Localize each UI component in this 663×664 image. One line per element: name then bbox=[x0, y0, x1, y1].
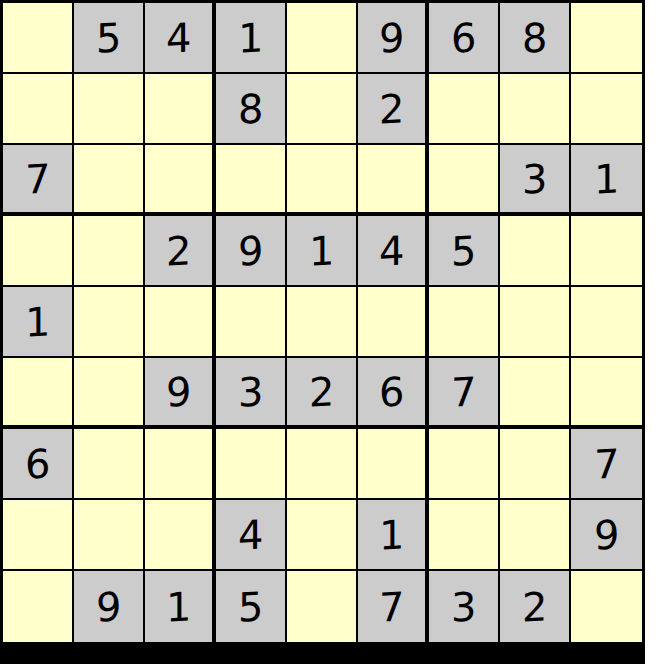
cell-r3c6[interactable] bbox=[358, 145, 429, 216]
cell-r2c4: 8 bbox=[216, 74, 287, 145]
cell-r3c5[interactable] bbox=[287, 145, 358, 216]
given-digit: 1 bbox=[594, 158, 619, 199]
cell-r7c2[interactable] bbox=[74, 429, 145, 500]
given-digit: 6 bbox=[451, 17, 476, 58]
cell-r6c5: 2 bbox=[287, 358, 358, 429]
cell-r6c8[interactable] bbox=[500, 358, 571, 429]
cell-r3c1: 7 bbox=[3, 145, 74, 216]
cell-r3c4[interactable] bbox=[216, 145, 287, 216]
cell-r5c7[interactable] bbox=[429, 287, 500, 358]
cell-r3c2[interactable] bbox=[74, 145, 145, 216]
cell-r2c6: 2 bbox=[358, 74, 429, 145]
cell-r9c2: 9 bbox=[74, 571, 145, 642]
given-digit: 2 bbox=[522, 586, 547, 627]
cell-r9c3: 1 bbox=[145, 571, 216, 642]
cell-r2c1[interactable] bbox=[3, 74, 74, 145]
cell-r8c3[interactable] bbox=[145, 500, 216, 571]
cell-r5c1: 1 bbox=[3, 287, 74, 358]
cell-r8c1[interactable] bbox=[3, 500, 74, 571]
given-digit: 1 bbox=[166, 586, 191, 627]
cell-r4c8[interactable] bbox=[500, 216, 571, 287]
cell-r2c7[interactable] bbox=[429, 74, 500, 145]
given-digit: 9 bbox=[594, 514, 619, 555]
cell-r9c6: 7 bbox=[358, 571, 429, 642]
cell-r1c2: 5 bbox=[74, 3, 145, 74]
cell-r7c5[interactable] bbox=[287, 429, 358, 500]
cell-r8c8[interactable] bbox=[500, 500, 571, 571]
cell-r5c4[interactable] bbox=[216, 287, 287, 358]
cell-r5c3[interactable] bbox=[145, 287, 216, 358]
cell-r6c1[interactable] bbox=[3, 358, 74, 429]
cell-r5c8[interactable] bbox=[500, 287, 571, 358]
cell-r7c1: 6 bbox=[3, 429, 74, 500]
cell-r1c5[interactable] bbox=[287, 3, 358, 74]
cell-r5c5[interactable] bbox=[287, 287, 358, 358]
given-digit: 9 bbox=[379, 17, 404, 58]
cell-r8c7[interactable] bbox=[429, 500, 500, 571]
given-digit: 3 bbox=[451, 586, 476, 627]
cell-r4c4: 9 bbox=[216, 216, 287, 287]
sudoku-board: 541968827312914519326767419915732 bbox=[0, 0, 645, 664]
cell-r6c7: 7 bbox=[429, 358, 500, 429]
cell-r7c6[interactable] bbox=[358, 429, 429, 500]
cell-r4c3: 2 bbox=[145, 216, 216, 287]
cell-r4c2[interactable] bbox=[74, 216, 145, 287]
cell-r6c4: 3 bbox=[216, 358, 287, 429]
given-digit: 1 bbox=[309, 230, 334, 271]
sudoku-puzzle: 541968827312914519326767419915732 bbox=[0, 0, 663, 664]
given-digit: 4 bbox=[166, 17, 191, 58]
given-digit: 3 bbox=[522, 158, 547, 199]
cell-r5c2[interactable] bbox=[74, 287, 145, 358]
cell-r5c6[interactable] bbox=[358, 287, 429, 358]
given-digit: 9 bbox=[238, 230, 263, 271]
given-digit: 4 bbox=[379, 230, 404, 271]
cell-r9c9[interactable] bbox=[571, 571, 642, 642]
cell-r8c6: 1 bbox=[358, 500, 429, 571]
given-digit: 6 bbox=[25, 443, 50, 484]
cell-r4c5: 1 bbox=[287, 216, 358, 287]
given-digit: 6 bbox=[379, 371, 404, 412]
given-digit: 8 bbox=[238, 88, 263, 129]
given-digit: 9 bbox=[166, 371, 191, 412]
cell-r4c6: 4 bbox=[358, 216, 429, 287]
cell-r4c1[interactable] bbox=[3, 216, 74, 287]
cell-r7c9: 7 bbox=[571, 429, 642, 500]
given-digit: 5 bbox=[451, 230, 476, 271]
cell-r5c9[interactable] bbox=[571, 287, 642, 358]
cell-r6c6: 6 bbox=[358, 358, 429, 429]
cell-r8c2[interactable] bbox=[74, 500, 145, 571]
cell-r1c9[interactable] bbox=[571, 3, 642, 74]
cell-r2c2[interactable] bbox=[74, 74, 145, 145]
cell-r9c7: 3 bbox=[429, 571, 500, 642]
cell-r4c9[interactable] bbox=[571, 216, 642, 287]
cell-r7c3[interactable] bbox=[145, 429, 216, 500]
cell-r3c3[interactable] bbox=[145, 145, 216, 216]
cell-r8c9: 9 bbox=[571, 500, 642, 571]
cell-r6c3: 9 bbox=[145, 358, 216, 429]
given-digit: 7 bbox=[379, 586, 404, 627]
cell-r2c9[interactable] bbox=[571, 74, 642, 145]
given-digit: 7 bbox=[25, 158, 50, 199]
cell-r2c5[interactable] bbox=[287, 74, 358, 145]
given-digit: 7 bbox=[451, 371, 476, 412]
cell-r1c8: 8 bbox=[500, 3, 571, 74]
cell-r6c9[interactable] bbox=[571, 358, 642, 429]
cell-r2c8[interactable] bbox=[500, 74, 571, 145]
cell-r9c5[interactable] bbox=[287, 571, 358, 642]
cell-r7c7[interactable] bbox=[429, 429, 500, 500]
given-digit: 3 bbox=[238, 371, 263, 412]
given-digit: 5 bbox=[238, 586, 263, 627]
cell-r9c8: 2 bbox=[500, 571, 571, 642]
given-digit: 1 bbox=[238, 17, 263, 58]
cell-r1c1[interactable] bbox=[3, 3, 74, 74]
given-digit: 1 bbox=[379, 514, 404, 555]
given-digit: 2 bbox=[379, 88, 404, 129]
cell-r1c6: 9 bbox=[358, 3, 429, 74]
given-digit: 2 bbox=[166, 230, 191, 271]
cell-r3c9: 1 bbox=[571, 145, 642, 216]
cell-r9c1[interactable] bbox=[3, 571, 74, 642]
given-digit: 1 bbox=[25, 301, 50, 342]
given-digit: 7 bbox=[594, 443, 619, 484]
given-digit: 9 bbox=[96, 586, 121, 627]
given-digit: 4 bbox=[238, 514, 263, 555]
given-digit: 2 bbox=[309, 371, 334, 412]
cell-r6c2[interactable] bbox=[74, 358, 145, 429]
cell-r3c7[interactable] bbox=[429, 145, 500, 216]
cell-r8c5[interactable] bbox=[287, 500, 358, 571]
cell-r1c3: 4 bbox=[145, 3, 216, 74]
cell-r1c7: 6 bbox=[429, 3, 500, 74]
cell-r4c7: 5 bbox=[429, 216, 500, 287]
cell-r1c4: 1 bbox=[216, 3, 287, 74]
given-digit: 5 bbox=[96, 17, 121, 58]
cell-r2c3[interactable] bbox=[145, 74, 216, 145]
cell-r7c4[interactable] bbox=[216, 429, 287, 500]
cell-r7c8[interactable] bbox=[500, 429, 571, 500]
cell-r9c4: 5 bbox=[216, 571, 287, 642]
cell-r8c4: 4 bbox=[216, 500, 287, 571]
cell-r3c8: 3 bbox=[500, 145, 571, 216]
given-digit: 8 bbox=[522, 17, 547, 58]
